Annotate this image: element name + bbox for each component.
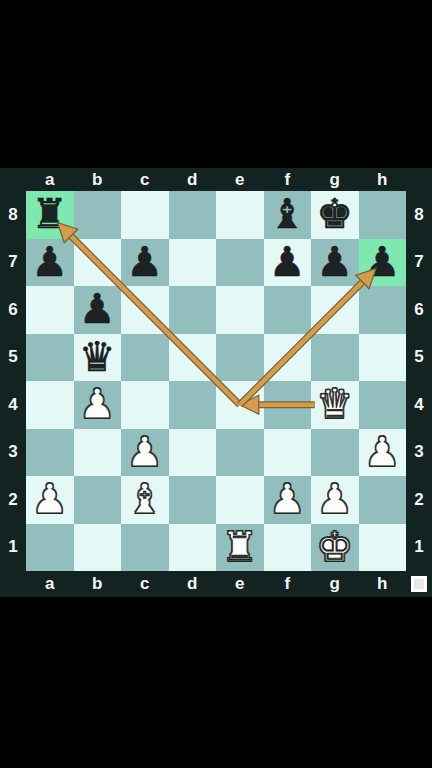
- black-queen-b5[interactable]: ♛: [74, 334, 122, 382]
- square-b8[interactable]: [74, 191, 122, 239]
- square-d6[interactable]: [169, 286, 217, 334]
- square-a5[interactable]: [26, 334, 74, 382]
- rank-label-7: 7: [406, 239, 432, 287]
- square-f8[interactable]: ♝: [264, 191, 312, 239]
- square-c7[interactable]: ♟: [121, 239, 169, 287]
- square-a8[interactable]: ♜: [26, 191, 74, 239]
- white-pawn-f2[interactable]: ♟: [264, 476, 312, 524]
- square-a1[interactable]: [26, 524, 74, 572]
- square-g5[interactable]: [311, 334, 359, 382]
- square-b2[interactable]: [74, 476, 122, 524]
- white-pawn-h3[interactable]: ♟: [359, 429, 407, 477]
- rank-labels-right: 87654321: [406, 191, 432, 571]
- square-e6[interactable]: [216, 286, 264, 334]
- file-label-h: h: [359, 168, 407, 191]
- square-h7[interactable]: ♟: [359, 239, 407, 287]
- square-a7[interactable]: ♟: [26, 239, 74, 287]
- black-bishop-f8[interactable]: ♝: [264, 191, 312, 239]
- square-d2[interactable]: [169, 476, 217, 524]
- white-king-g1[interactable]: ♚: [311, 524, 359, 572]
- white-pawn-c3[interactable]: ♟: [121, 429, 169, 477]
- file-label-b: b: [74, 571, 122, 597]
- square-g3[interactable]: [311, 429, 359, 477]
- square-b4[interactable]: ♟: [74, 381, 122, 429]
- square-h6[interactable]: [359, 286, 407, 334]
- square-d7[interactable]: [169, 239, 217, 287]
- rank-label-5: 5: [406, 334, 432, 382]
- file-label-g: g: [311, 571, 359, 597]
- rank-label-5: 5: [0, 334, 26, 382]
- chess-board-grid[interactable]: ♜♝♚♟♟♟♟♟♟♛♟♛♟♟♟♝♟♟♜♚: [26, 191, 406, 571]
- file-label-e: e: [216, 571, 264, 597]
- square-h2[interactable]: [359, 476, 407, 524]
- white-pawn-g2[interactable]: ♟: [311, 476, 359, 524]
- square-f5[interactable]: [264, 334, 312, 382]
- square-b6[interactable]: ♟: [74, 286, 122, 334]
- square-c4[interactable]: [121, 381, 169, 429]
- square-f2[interactable]: ♟: [264, 476, 312, 524]
- square-e3[interactable]: [216, 429, 264, 477]
- black-king-g8[interactable]: ♚: [311, 191, 359, 239]
- screen: abcdefgh 87654321 87654321 ♜♝♚♟♟♟♟♟♟♛♟♛♟…: [0, 0, 432, 768]
- square-f6[interactable]: [264, 286, 312, 334]
- square-d4[interactable]: [169, 381, 217, 429]
- rank-label-6: 6: [406, 286, 432, 334]
- rank-label-1: 1: [0, 524, 26, 572]
- white-pawn-a2[interactable]: ♟: [26, 476, 74, 524]
- square-g8[interactable]: ♚: [311, 191, 359, 239]
- square-h4[interactable]: [359, 381, 407, 429]
- square-a3[interactable]: [26, 429, 74, 477]
- rank-label-1: 1: [406, 524, 432, 572]
- square-c3[interactable]: ♟: [121, 429, 169, 477]
- file-label-d: d: [169, 168, 217, 191]
- square-g7[interactable]: ♟: [311, 239, 359, 287]
- file-label-h: h: [359, 571, 407, 597]
- rank-label-3: 3: [0, 429, 26, 477]
- rank-label-3: 3: [406, 429, 432, 477]
- square-f3[interactable]: [264, 429, 312, 477]
- black-pawn-g7[interactable]: ♟: [311, 239, 359, 287]
- rank-label-8: 8: [0, 191, 26, 239]
- square-d8[interactable]: [169, 191, 217, 239]
- square-a2[interactable]: ♟: [26, 476, 74, 524]
- square-b1[interactable]: [74, 524, 122, 572]
- file-labels-bottom: abcdefgh: [26, 571, 406, 597]
- square-g6[interactable]: [311, 286, 359, 334]
- black-pawn-a7[interactable]: ♟: [26, 239, 74, 287]
- black-rook-a8[interactable]: ♜: [26, 191, 74, 239]
- square-e5[interactable]: [216, 334, 264, 382]
- square-d3[interactable]: [169, 429, 217, 477]
- square-e2[interactable]: [216, 476, 264, 524]
- white-pawn-b4[interactable]: ♟: [74, 381, 122, 429]
- square-h5[interactable]: [359, 334, 407, 382]
- file-label-c: c: [121, 571, 169, 597]
- white-to-move-indicator white-square-icon: [411, 576, 427, 592]
- rank-label-2: 2: [406, 476, 432, 524]
- square-c5[interactable]: [121, 334, 169, 382]
- square-f7[interactable]: ♟: [264, 239, 312, 287]
- rank-labels-left: 87654321: [0, 191, 26, 571]
- rank-label-4: 4: [0, 381, 26, 429]
- rank-label-7: 7: [0, 239, 26, 287]
- file-label-a: a: [26, 571, 74, 597]
- white-bishop-c2[interactable]: ♝: [121, 476, 169, 524]
- square-g1[interactable]: ♚: [311, 524, 359, 572]
- rank-label-2: 2: [0, 476, 26, 524]
- file-label-a: a: [26, 168, 74, 191]
- file-label-g: g: [311, 168, 359, 191]
- square-g2[interactable]: ♟: [311, 476, 359, 524]
- white-queen-g4[interactable]: ♛: [311, 381, 359, 429]
- square-f4[interactable]: [264, 381, 312, 429]
- file-label-e: e: [216, 168, 264, 191]
- square-f1[interactable]: [264, 524, 312, 572]
- file-label-d: d: [169, 571, 217, 597]
- rank-label-6: 6: [0, 286, 26, 334]
- square-e1[interactable]: ♜: [216, 524, 264, 572]
- black-pawn-h7[interactable]: ♟: [359, 239, 407, 287]
- black-pawn-c7[interactable]: ♟: [121, 239, 169, 287]
- square-e7[interactable]: [216, 239, 264, 287]
- file-label-f: f: [264, 168, 312, 191]
- square-g4[interactable]: ♛: [311, 381, 359, 429]
- square-e8[interactable]: [216, 191, 264, 239]
- square-b5[interactable]: ♛: [74, 334, 122, 382]
- square-c8[interactable]: [121, 191, 169, 239]
- square-c1[interactable]: [121, 524, 169, 572]
- black-pawn-b6[interactable]: ♟: [74, 286, 122, 334]
- square-b3[interactable]: [74, 429, 122, 477]
- square-h1[interactable]: [359, 524, 407, 572]
- square-d1[interactable]: [169, 524, 217, 572]
- square-d5[interactable]: [169, 334, 217, 382]
- square-a6[interactable]: [26, 286, 74, 334]
- file-labels-top: abcdefgh: [26, 168, 406, 191]
- rank-label-4: 4: [406, 381, 432, 429]
- square-h3[interactable]: ♟: [359, 429, 407, 477]
- black-pawn-f7[interactable]: ♟: [264, 239, 312, 287]
- square-h8[interactable]: [359, 191, 407, 239]
- rank-label-8: 8: [406, 191, 432, 239]
- square-b7[interactable]: [74, 239, 122, 287]
- file-label-c: c: [121, 168, 169, 191]
- square-e4[interactable]: [216, 381, 264, 429]
- white-rook-e1[interactable]: ♜: [216, 524, 264, 572]
- square-c6[interactable]: [121, 286, 169, 334]
- chess-board-panel: abcdefgh 87654321 87654321 ♜♝♚♟♟♟♟♟♟♛♟♛♟…: [0, 168, 432, 597]
- square-a4[interactable]: [26, 381, 74, 429]
- file-label-f: f: [264, 571, 312, 597]
- square-c2[interactable]: ♝: [121, 476, 169, 524]
- file-label-b: b: [74, 168, 122, 191]
